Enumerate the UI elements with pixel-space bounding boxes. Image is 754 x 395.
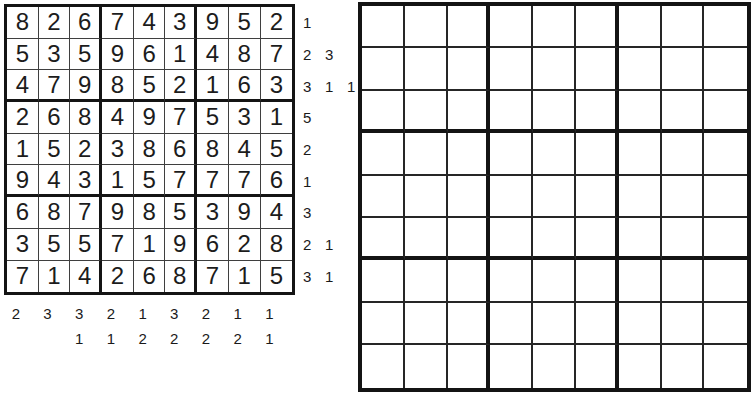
left-grid-cell[interactable]: 3 xyxy=(165,7,197,39)
clue-number: 5 xyxy=(303,109,325,126)
right-grid-cell[interactable] xyxy=(362,6,405,48)
clue-number: 2 xyxy=(202,301,210,326)
clue-number: 1 xyxy=(75,326,83,351)
right-grid-cell[interactable] xyxy=(533,303,576,345)
right-grid-cell[interactable] xyxy=(405,345,448,387)
clue-number: 2 xyxy=(12,301,20,326)
left-grid: 8267439525359614874798521632684975311523… xyxy=(4,4,295,295)
right-grid-cell[interactable] xyxy=(662,133,705,175)
right-grid-cell[interactable] xyxy=(448,260,491,302)
right-grid-cell[interactable] xyxy=(405,48,448,90)
right-grid-cell[interactable] xyxy=(662,303,705,345)
left-grid-cell[interactable]: 9 xyxy=(165,229,197,261)
right-grid-cell[interactable] xyxy=(576,176,619,218)
right-grid-cell[interactable] xyxy=(448,345,491,387)
left-grid-cell[interactable]: 6 xyxy=(39,102,71,134)
left-grid-cell[interactable]: 8 xyxy=(70,102,102,134)
column-clue: 32 xyxy=(158,301,190,351)
left-grid-cell[interactable]: 2 xyxy=(70,134,102,166)
right-grid-cell[interactable] xyxy=(619,176,662,218)
left-grid-cell[interactable]: 7 xyxy=(102,229,134,261)
right-grid-cell[interactable] xyxy=(490,345,533,387)
left-grid-cell[interactable]: 1 xyxy=(39,261,71,293)
right-grid-cell[interactable] xyxy=(448,176,491,218)
left-grid-cell[interactable]: 7 xyxy=(102,7,134,39)
right-grid-cell[interactable] xyxy=(490,6,533,48)
left-grid-cell[interactable]: 1 xyxy=(165,39,197,71)
right-grid-cell[interactable] xyxy=(619,133,662,175)
clue-number: 3 xyxy=(303,78,325,95)
right-grid-cell[interactable] xyxy=(576,91,619,133)
right-grid-cell[interactable] xyxy=(533,176,576,218)
left-grid-cell[interactable]: 8 xyxy=(165,261,197,293)
right-grid-cell[interactable] xyxy=(533,48,576,90)
right-grid-cell[interactable] xyxy=(704,303,747,345)
clue-number: 2 xyxy=(303,141,325,158)
left-grid-cell[interactable]: 5 xyxy=(7,39,39,71)
left-grid-cell[interactable]: 3 xyxy=(39,39,71,71)
left-grid-cell[interactable]: 7 xyxy=(261,39,293,71)
clue-number: 2 xyxy=(303,46,325,63)
right-grid-cell[interactable] xyxy=(362,260,405,302)
right-grid-cell[interactable] xyxy=(662,48,705,90)
left-grid-cell[interactable]: 7 xyxy=(39,70,71,102)
left-grid-cell[interactable]: 7 xyxy=(70,197,102,229)
right-grid-cell[interactable] xyxy=(448,133,491,175)
left-grid-cell[interactable]: 5 xyxy=(261,261,293,293)
clue-number: 1 xyxy=(265,326,273,351)
right-grid-cell[interactable] xyxy=(362,133,405,175)
left-grid-cell[interactable]: 1 xyxy=(229,261,261,293)
left-grid-cell[interactable]: 4 xyxy=(229,134,261,166)
left-grid-cell[interactable]: 6 xyxy=(197,229,229,261)
right-grid-cell[interactable] xyxy=(576,260,619,302)
right-grid-cell[interactable] xyxy=(704,345,747,387)
left-grid-cell[interactable]: 6 xyxy=(70,7,102,39)
left-grid-cell[interactable]: 5 xyxy=(134,165,166,197)
right-grid-cell[interactable] xyxy=(704,6,747,48)
left-grid-cell[interactable]: 8 xyxy=(39,197,71,229)
left-grid-cell[interactable]: 8 xyxy=(197,134,229,166)
right-grid-cell[interactable] xyxy=(576,6,619,48)
column-clues: 2331211232221211 xyxy=(7,301,292,351)
left-grid-cell[interactable]: 4 xyxy=(7,70,39,102)
left-grid-cell[interactable]: 5 xyxy=(165,197,197,229)
clue-number: 1 xyxy=(303,173,325,190)
right-grid-cell[interactable] xyxy=(362,91,405,133)
column-clue: 12 xyxy=(127,301,159,351)
right-grid-cell[interactable] xyxy=(619,260,662,302)
left-grid-cell[interactable]: 1 xyxy=(197,70,229,102)
left-grid-cell[interactable]: 7 xyxy=(7,261,39,293)
clue-number: 1 xyxy=(325,236,347,253)
clue-number: 2 xyxy=(233,326,241,351)
right-grid-cell[interactable] xyxy=(490,303,533,345)
right-grid-cell[interactable] xyxy=(490,48,533,90)
clue-number: 3 xyxy=(325,46,347,63)
left-grid-cell[interactable]: 7 xyxy=(197,261,229,293)
column-clue: 22 xyxy=(190,301,222,351)
left-grid-cell[interactable]: 4 xyxy=(102,102,134,134)
right-grid-cell[interactable] xyxy=(490,91,533,133)
left-grid-cell[interactable]: 9 xyxy=(229,197,261,229)
puzzle-page: 8267439525359614874798521632684975311523… xyxy=(0,0,754,395)
left-grid-cell[interactable]: 4 xyxy=(70,261,102,293)
left-grid-cell[interactable]: 2 xyxy=(102,261,134,293)
left-grid-cell[interactable]: 6 xyxy=(134,261,166,293)
clue-number: 1 xyxy=(303,14,325,31)
right-grid-cell[interactable] xyxy=(704,260,747,302)
clue-number: 3 xyxy=(75,301,83,326)
clue-number: 1 xyxy=(265,301,273,326)
clue-number: 1 xyxy=(233,301,241,326)
left-grid-cell[interactable]: 1 xyxy=(102,165,134,197)
right-grid-cell[interactable] xyxy=(448,303,491,345)
right-grid-cell[interactable] xyxy=(448,218,491,260)
clue-number: 2 xyxy=(202,326,210,351)
column-clue: 12 xyxy=(222,301,254,351)
left-grid-cell[interactable]: 7 xyxy=(197,165,229,197)
right-grid-cell[interactable] xyxy=(662,345,705,387)
right-grid-cell[interactable] xyxy=(619,218,662,260)
left-grid-cell[interactable]: 1 xyxy=(7,134,39,166)
left-grid-cell[interactable]: 5 xyxy=(70,229,102,261)
left-grid-cell[interactable]: 9 xyxy=(102,197,134,229)
left-grid-cell[interactable]: 2 xyxy=(7,102,39,134)
left-grid-cell[interactable]: 5 xyxy=(197,102,229,134)
right-grid-cell[interactable] xyxy=(405,133,448,175)
left-grid-cell[interactable]: 2 xyxy=(39,7,71,39)
right-grid-cell[interactable] xyxy=(662,218,705,260)
clue-number: 2 xyxy=(303,236,325,253)
right-grid-cell[interactable] xyxy=(662,260,705,302)
right-grid-cell[interactable] xyxy=(362,345,405,387)
clue-number: 3 xyxy=(303,204,325,221)
left-grid-cell[interactable]: 9 xyxy=(197,7,229,39)
column-clue: 3 xyxy=(32,301,64,351)
column-clue: 21 xyxy=(95,301,127,351)
right-grid-cell[interactable] xyxy=(576,133,619,175)
column-clue: 11 xyxy=(254,301,286,351)
right-grid-cell[interactable] xyxy=(362,303,405,345)
right-grid-cell[interactable] xyxy=(576,218,619,260)
left-grid-cell[interactable]: 4 xyxy=(261,197,293,229)
left-grid-cell[interactable]: 3 xyxy=(102,134,134,166)
right-grid-cell[interactable] xyxy=(576,345,619,387)
clue-number: 2 xyxy=(107,301,115,326)
left-grid-cell[interactable]: 6 xyxy=(134,39,166,71)
left-grid-cell[interactable]: 8 xyxy=(134,197,166,229)
left-grid-cell[interactable]: 3 xyxy=(229,102,261,134)
clue-number: 2 xyxy=(170,326,178,351)
right-grid-cell[interactable] xyxy=(704,176,747,218)
left-grid-cell[interactable]: 5 xyxy=(261,134,293,166)
right-grid-cell[interactable] xyxy=(490,133,533,175)
right-grid-cell[interactable] xyxy=(405,6,448,48)
left-grid-cell[interactable]: 6 xyxy=(261,165,293,197)
right-grid-cell[interactable] xyxy=(704,133,747,175)
column-clue: 2 xyxy=(0,301,32,351)
right-grid-cell[interactable] xyxy=(405,303,448,345)
left-grid-cell[interactable]: 4 xyxy=(39,165,71,197)
left-grid-cell[interactable]: 8 xyxy=(102,70,134,102)
left-grid-cell[interactable]: 8 xyxy=(7,7,39,39)
right-grid-cell[interactable] xyxy=(405,218,448,260)
right-grid-cell[interactable] xyxy=(576,303,619,345)
right-grid-cell[interactable] xyxy=(533,91,576,133)
left-grid-cell[interactable]: 1 xyxy=(134,229,166,261)
right-grid-cell[interactable] xyxy=(533,345,576,387)
right-grid-cell[interactable] xyxy=(533,260,576,302)
left-grid-cell[interactable]: 5 xyxy=(70,39,102,71)
left-grid-cell[interactable]: 6 xyxy=(165,134,197,166)
right-grid-cell[interactable] xyxy=(448,48,491,90)
right-grid-cell[interactable] xyxy=(704,218,747,260)
left-grid-cell[interactable]: 6 xyxy=(7,197,39,229)
left-grid-cell[interactable]: 1 xyxy=(261,102,293,134)
left-grid-cell[interactable]: 5 xyxy=(134,70,166,102)
left-grid-cell[interactable]: 8 xyxy=(261,229,293,261)
right-grid-cell[interactable] xyxy=(533,6,576,48)
left-grid-cell[interactable]: 2 xyxy=(261,7,293,39)
clue-number: 3 xyxy=(303,268,325,285)
right-grid-cell[interactable] xyxy=(619,345,662,387)
right-grid-cell[interactable] xyxy=(362,48,405,90)
right-grid-cell[interactable] xyxy=(490,260,533,302)
left-grid-cell[interactable]: 4 xyxy=(134,7,166,39)
left-grid-cell[interactable]: 7 xyxy=(165,102,197,134)
clue-number: 3 xyxy=(43,301,51,326)
right-grid-cell[interactable] xyxy=(704,91,747,133)
left-grid-cell[interactable]: 3 xyxy=(261,70,293,102)
left-grid-cell[interactable]: 9 xyxy=(7,165,39,197)
left-grid-cell[interactable]: 8 xyxy=(229,39,261,71)
left-grid-cell[interactable]: 3 xyxy=(7,229,39,261)
right-grid-cell[interactable] xyxy=(405,260,448,302)
left-grid-cell[interactable]: 5 xyxy=(39,229,71,261)
right-grid-cell[interactable] xyxy=(362,176,405,218)
left-grid-cell[interactable]: 3 xyxy=(70,165,102,197)
left-grid-cell[interactable]: 5 xyxy=(229,7,261,39)
right-grid-cell[interactable] xyxy=(662,6,705,48)
right-grid-cell[interactable] xyxy=(662,176,705,218)
left-grid-cell[interactable]: 9 xyxy=(102,39,134,71)
clue-number: 1 xyxy=(107,326,115,351)
right-grid-cell[interactable] xyxy=(619,303,662,345)
right-grid-cell[interactable] xyxy=(662,91,705,133)
left-grid-cell[interactable]: 8 xyxy=(134,134,166,166)
right-grid-cell[interactable] xyxy=(619,48,662,90)
left-grid-cell[interactable]: 2 xyxy=(229,229,261,261)
right-grid-cell[interactable] xyxy=(490,218,533,260)
clue-number: 2 xyxy=(138,326,146,351)
left-grid-cell[interactable]: 3 xyxy=(197,197,229,229)
left-grid-cell[interactable]: 4 xyxy=(197,39,229,71)
right-grid-cell[interactable] xyxy=(405,176,448,218)
right-grid-cell[interactable] xyxy=(704,48,747,90)
left-grid-cell[interactable]: 5 xyxy=(39,134,71,166)
clue-number: 1 xyxy=(138,301,146,326)
right-grid-cell[interactable] xyxy=(490,176,533,218)
left-grid-cell[interactable]: 7 xyxy=(229,165,261,197)
right-grid-cell[interactable] xyxy=(362,218,405,260)
clue-number: 3 xyxy=(170,301,178,326)
right-grid xyxy=(358,2,751,392)
right-grid-cell[interactable] xyxy=(619,6,662,48)
right-grid-cell[interactable] xyxy=(576,48,619,90)
left-grid-cell[interactable]: 9 xyxy=(134,102,166,134)
right-grid-cell[interactable] xyxy=(533,133,576,175)
right-grid-cell[interactable] xyxy=(533,218,576,260)
right-grid-cell[interactable] xyxy=(619,91,662,133)
column-clue: 31 xyxy=(63,301,95,351)
right-grid-cell[interactable] xyxy=(448,6,491,48)
clue-number: 1 xyxy=(325,268,347,285)
right-grid-cell[interactable] xyxy=(448,91,491,133)
left-grid-cell[interactable]: 7 xyxy=(165,165,197,197)
left-grid-cell[interactable]: 6 xyxy=(229,70,261,102)
right-grid-cell[interactable] xyxy=(405,91,448,133)
left-grid-cell[interactable]: 9 xyxy=(70,70,102,102)
clue-number: 1 xyxy=(325,78,347,95)
left-grid-cell[interactable]: 2 xyxy=(165,70,197,102)
